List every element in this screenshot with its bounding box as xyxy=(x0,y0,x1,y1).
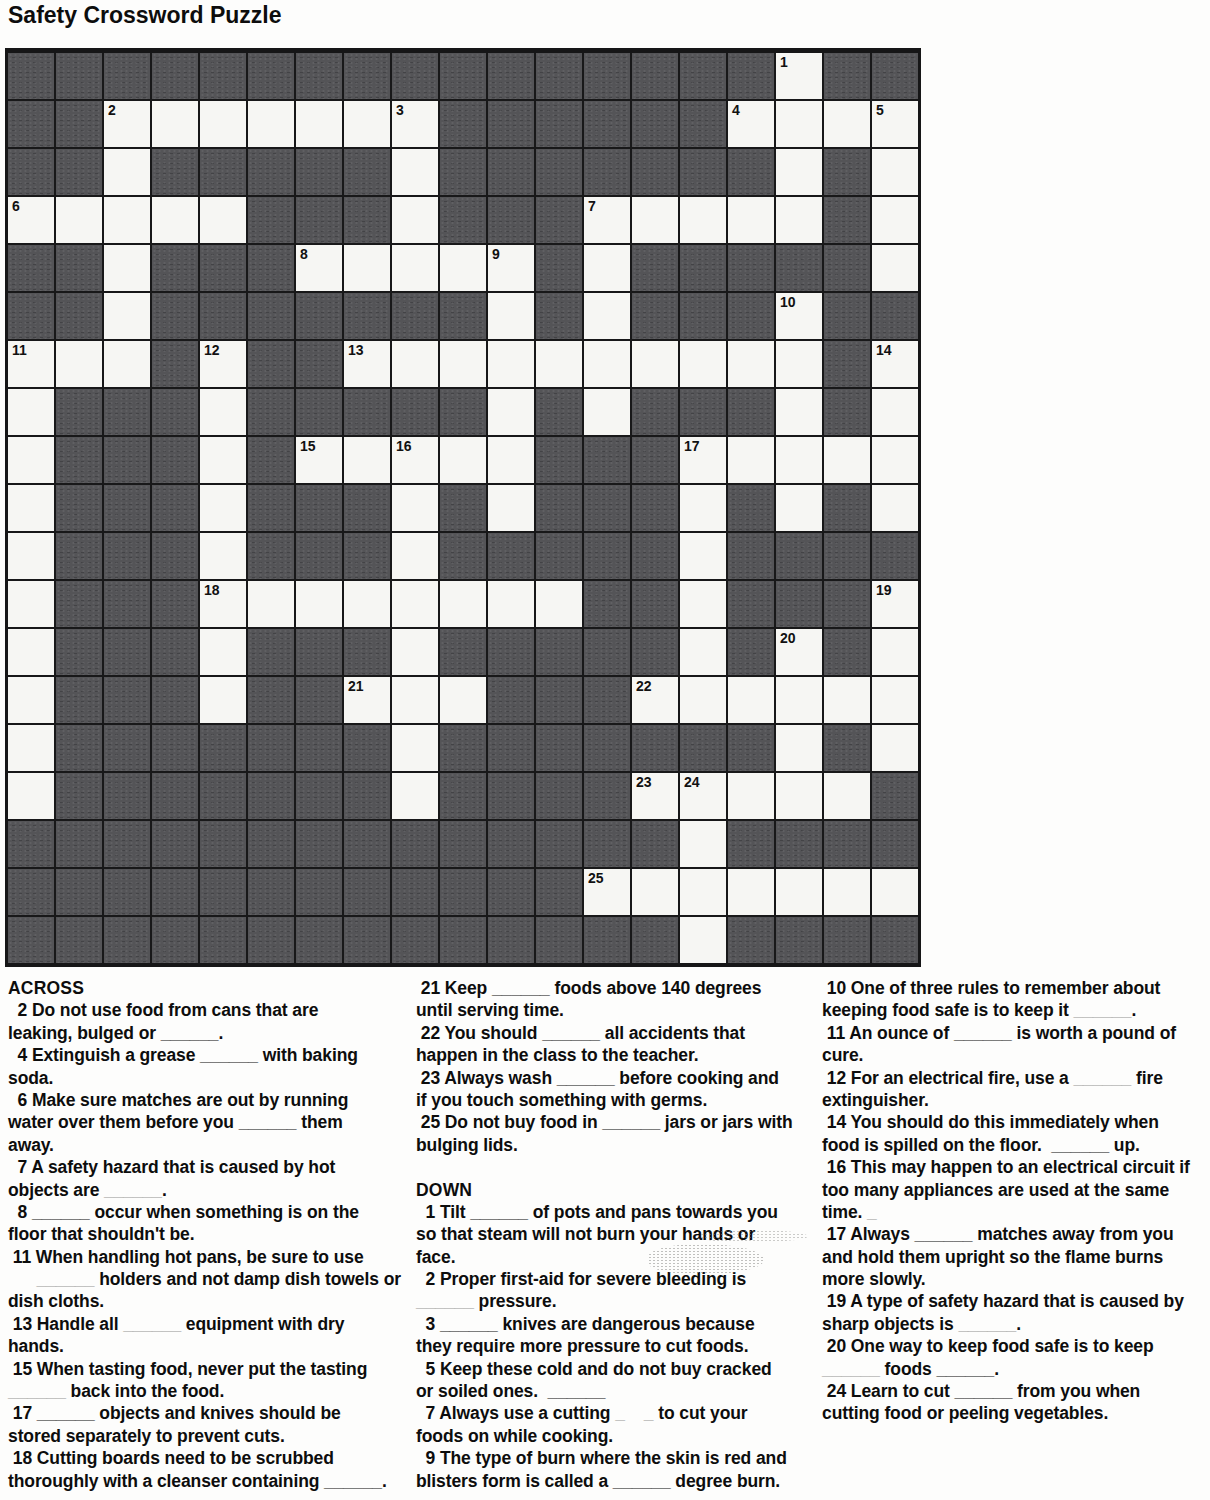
grid-cell-block xyxy=(200,821,246,867)
grid-cell-block xyxy=(824,341,870,387)
grid-cell-block xyxy=(248,677,294,723)
grid-cell-block xyxy=(680,53,726,99)
grid-cell-block xyxy=(584,485,630,531)
grid-cell-open[interactable] xyxy=(8,725,54,771)
grid-cell-open[interactable] xyxy=(584,341,630,387)
grid-cell-block xyxy=(296,485,342,531)
grid-cell-open[interactable] xyxy=(200,629,246,675)
grid-cell-block xyxy=(488,197,534,243)
grid-cell-open[interactable]: 20 xyxy=(776,629,822,675)
grid-cell-open[interactable] xyxy=(392,725,438,771)
grid-cell-block xyxy=(824,293,870,339)
grid-cell-open[interactable]: 22 xyxy=(632,677,678,723)
grid-cell-open[interactable] xyxy=(8,581,54,627)
grid-cell-open[interactable] xyxy=(440,245,486,291)
grid-cell-block xyxy=(56,245,102,291)
grid-cell-block xyxy=(8,917,54,963)
grid-cell-open[interactable] xyxy=(776,101,822,147)
grid-cell-open[interactable] xyxy=(296,581,342,627)
grid-cell-open[interactable] xyxy=(392,629,438,675)
clue-line: and hold them upright so the flame burns xyxy=(822,1246,1190,1268)
grid-cell-open[interactable] xyxy=(440,677,486,723)
grid-cell-block xyxy=(56,773,102,819)
grid-cell-open[interactable] xyxy=(8,485,54,531)
grid-cell-block xyxy=(440,149,486,195)
grid-cell-open[interactable]: 23 xyxy=(632,773,678,819)
clue-line: 11 An ounce of ______ is worth a pound o… xyxy=(822,1022,1190,1044)
grid-cell-block xyxy=(776,533,822,579)
grid-cell-open[interactable] xyxy=(392,197,438,243)
grid-cell-open[interactable]: 14 xyxy=(872,341,918,387)
grid-cell-open[interactable] xyxy=(200,437,246,483)
grid-cell-block xyxy=(824,629,870,675)
grid-cell-open[interactable] xyxy=(200,101,246,147)
grid-cell-block xyxy=(152,245,198,291)
grid-cell-open[interactable] xyxy=(824,677,870,723)
grid-cell-open[interactable] xyxy=(728,341,774,387)
grid-cell-open[interactable] xyxy=(680,821,726,867)
grid-cell-open[interactable]: 18 xyxy=(200,581,246,627)
grid-cell-block xyxy=(488,629,534,675)
grid-cell-block xyxy=(248,917,294,963)
grid-cell-open[interactable] xyxy=(8,533,54,579)
grid-cell-block xyxy=(344,629,390,675)
grid-cell-open[interactable] xyxy=(680,629,726,675)
grid-cell-block xyxy=(152,677,198,723)
grid-cell-block xyxy=(56,677,102,723)
grid-cell-open[interactable]: 13 xyxy=(344,341,390,387)
grid-cell-open[interactable]: 2 xyxy=(104,101,150,147)
clue-line: or soiled ones. ______ xyxy=(416,1380,793,1402)
grid-cell-open[interactable] xyxy=(680,485,726,531)
grid-cell-open[interactable] xyxy=(872,149,918,195)
clue-number: 10 xyxy=(776,293,822,310)
grid-cell-open[interactable]: 21 xyxy=(344,677,390,723)
grid-cell-open[interactable] xyxy=(824,773,870,819)
grid-cell-open[interactable] xyxy=(872,677,918,723)
grid-cell-block xyxy=(728,389,774,435)
clue-line: 25 Do not buy food in ______ jars or jar… xyxy=(416,1111,793,1133)
grid-cell-open[interactable] xyxy=(296,101,342,147)
grid-cell-open[interactable] xyxy=(488,389,534,435)
grid-cell-open[interactable] xyxy=(632,197,678,243)
grid-cell-block xyxy=(296,821,342,867)
clue-line: 7 A safety hazard that is caused by hot xyxy=(8,1156,401,1178)
clue-line: thoroughly with a cleanser containing __… xyxy=(8,1470,401,1492)
grid-cell-block xyxy=(632,245,678,291)
grid-cell-block xyxy=(104,677,150,723)
grid-cell-open[interactable] xyxy=(776,773,822,819)
grid-cell-open[interactable] xyxy=(680,197,726,243)
grid-cell-block xyxy=(104,821,150,867)
grid-cell-block xyxy=(344,197,390,243)
grid-cell-open[interactable]: 16 xyxy=(392,437,438,483)
grid-cell-open[interactable]: 19 xyxy=(872,581,918,627)
grid-cell-block xyxy=(152,293,198,339)
grid-cell-open[interactable] xyxy=(536,341,582,387)
clue-line: 23 Always wash ______ before cooking and xyxy=(416,1067,793,1089)
clue-line: 2 Do not use food from cans that are xyxy=(8,999,401,1021)
grid-cell-block xyxy=(56,725,102,771)
grid-cell-open[interactable] xyxy=(248,581,294,627)
grid-cell-block xyxy=(632,101,678,147)
clue-line: stored separately to prevent cuts. xyxy=(8,1425,401,1447)
grid-cell-open[interactable] xyxy=(392,677,438,723)
grid-cell-block xyxy=(8,821,54,867)
grid-cell-block xyxy=(824,197,870,243)
grid-cell-block xyxy=(200,293,246,339)
clue-line: keeping food safe is to keep it ______. xyxy=(822,999,1190,1021)
grid-cell-block xyxy=(200,917,246,963)
grid-cell-block xyxy=(536,245,582,291)
clue-number: 16 xyxy=(392,437,438,454)
grid-cell-block xyxy=(296,149,342,195)
grid-cell-block xyxy=(488,821,534,867)
clue-line: more slowly. xyxy=(822,1268,1190,1290)
grid-cell-open[interactable] xyxy=(344,245,390,291)
clue-line: 15 When tasting food, never put the tast… xyxy=(8,1358,401,1380)
clue-line: too many appliances are used at the same xyxy=(822,1179,1190,1201)
grid-cell-block xyxy=(152,629,198,675)
grid-cell-open[interactable] xyxy=(488,581,534,627)
grid-cell-open[interactable] xyxy=(56,341,102,387)
clue-number: 19 xyxy=(872,581,918,598)
grid-cell-open[interactable] xyxy=(872,389,918,435)
grid-cell-block xyxy=(824,581,870,627)
grid-cell-block xyxy=(536,725,582,771)
grid-cell-open[interactable] xyxy=(776,149,822,195)
grid-cell-open[interactable] xyxy=(440,581,486,627)
faint-blank: ______ xyxy=(1073,1068,1131,1088)
clue-number: 14 xyxy=(872,341,918,358)
grid-cell-open[interactable] xyxy=(200,533,246,579)
grid-cell-open[interactable] xyxy=(8,629,54,675)
grid-cell-block xyxy=(152,821,198,867)
clue-number: 2 xyxy=(104,101,150,118)
clue-spacer xyxy=(416,1156,793,1178)
grid-cell-block xyxy=(776,245,822,291)
grid-cell-open[interactable] xyxy=(632,869,678,915)
grid-cell-block xyxy=(392,917,438,963)
grid-cell-open[interactable]: 17 xyxy=(680,437,726,483)
grid-cell-open[interactable] xyxy=(776,485,822,531)
clue-number: 7 xyxy=(584,197,630,214)
grid-cell-open[interactable] xyxy=(440,341,486,387)
grid-cell-open[interactable] xyxy=(632,341,678,387)
grid-cell-open[interactable] xyxy=(680,677,726,723)
grid-cell-open[interactable] xyxy=(536,581,582,627)
grid-cell-open[interactable] xyxy=(392,341,438,387)
grid-cell-block xyxy=(344,869,390,915)
grid-cell-open[interactable] xyxy=(872,245,918,291)
grid-cell-block xyxy=(824,725,870,771)
grid-cell-open[interactable] xyxy=(104,293,150,339)
clue-line: away. xyxy=(8,1134,401,1156)
grid-cell-open[interactable] xyxy=(776,869,822,915)
clue-line: bulging lids. xyxy=(416,1134,793,1156)
grid-cell-block xyxy=(296,869,342,915)
grid-cell-open[interactable]: 6 xyxy=(8,197,54,243)
grid-cell-open[interactable] xyxy=(392,581,438,627)
grid-cell-open[interactable] xyxy=(152,101,198,147)
grid-cell-block xyxy=(392,869,438,915)
grid-cell-block xyxy=(488,725,534,771)
grid-cell-open[interactable] xyxy=(392,245,438,291)
grid-cell-open[interactable] xyxy=(8,773,54,819)
grid-cell-open[interactable] xyxy=(392,149,438,195)
grid-cell-block xyxy=(296,773,342,819)
grid-cell-open[interactable] xyxy=(8,437,54,483)
grid-cell-open[interactable] xyxy=(104,245,150,291)
grid-cell-open[interactable]: 11 xyxy=(8,341,54,387)
grid-cell-block xyxy=(488,53,534,99)
faint-blank: _ _ xyxy=(615,1403,653,1423)
grid-cell-open[interactable] xyxy=(392,485,438,531)
grid-cell-open[interactable] xyxy=(728,437,774,483)
grid-cell-open[interactable] xyxy=(8,677,54,723)
grid-cell-block xyxy=(488,773,534,819)
grid-cell-open[interactable] xyxy=(776,725,822,771)
scan-artifact xyxy=(648,1244,764,1274)
grid-cell-open[interactable] xyxy=(584,245,630,291)
grid-cell-block xyxy=(728,821,774,867)
grid-cell-block xyxy=(824,389,870,435)
grid-cell-block xyxy=(680,725,726,771)
grid-cell-block xyxy=(56,533,102,579)
grid-cell-open[interactable] xyxy=(248,101,294,147)
grid-cell-block xyxy=(488,101,534,147)
grid-cell-block xyxy=(440,485,486,531)
clue-line: 22 You should ______ all accidents that xyxy=(416,1022,793,1044)
grid-cell-open[interactable] xyxy=(680,869,726,915)
grid-cell-block xyxy=(440,917,486,963)
grid-cell-block xyxy=(56,821,102,867)
scanned-puzzle-page: { "page_title": "Safety Crossword Puzzle… xyxy=(0,0,1210,1500)
grid-cell-block xyxy=(200,773,246,819)
grid-cell-block xyxy=(56,869,102,915)
grid-cell-open[interactable] xyxy=(104,197,150,243)
clue-line: they require more pressure to cut foods. xyxy=(416,1335,793,1357)
grid-cell-open[interactable] xyxy=(392,533,438,579)
grid-cell-open[interactable] xyxy=(8,389,54,435)
grid-cell-open[interactable] xyxy=(344,101,390,147)
clue-number: 5 xyxy=(872,101,918,118)
grid-cell-open[interactable] xyxy=(872,197,918,243)
grid-cell-block xyxy=(440,389,486,435)
grid-cell-open[interactable] xyxy=(680,917,726,963)
grid-cell-block xyxy=(776,581,822,627)
clue-line: ______ foods ______. xyxy=(822,1358,1190,1380)
grid-cell-open[interactable] xyxy=(104,341,150,387)
clue-number: 15 xyxy=(296,437,342,454)
grid-cell-block xyxy=(8,149,54,195)
grid-cell-block xyxy=(248,389,294,435)
clue-line: 9 The type of burn where the skin is red… xyxy=(416,1447,793,1469)
grid-cell-block xyxy=(152,437,198,483)
grid-cell-open[interactable] xyxy=(56,197,102,243)
grid-cell-open[interactable] xyxy=(344,581,390,627)
grid-cell-open[interactable] xyxy=(680,533,726,579)
grid-cell-block xyxy=(632,821,678,867)
grid-cell-block xyxy=(440,869,486,915)
clue-column: ACROSS 2 Do not use food from cans that … xyxy=(8,977,401,1492)
clue-number: 17 xyxy=(680,437,726,454)
grid-cell-block xyxy=(824,485,870,531)
grid-cell-block xyxy=(872,917,918,963)
grid-cell-open[interactable] xyxy=(872,869,918,915)
grid-cell-block xyxy=(488,677,534,723)
grid-cell-block xyxy=(776,917,822,963)
grid-cell-block xyxy=(56,437,102,483)
clue-line: 16 This may happen to an electrical circ… xyxy=(822,1156,1190,1178)
grid-cell-open[interactable]: 10 xyxy=(776,293,822,339)
grid-cell-block xyxy=(536,869,582,915)
grid-cell-open[interactable] xyxy=(776,389,822,435)
grid-cell-block xyxy=(200,245,246,291)
grid-cell-open[interactable] xyxy=(728,869,774,915)
grid-cell-open[interactable] xyxy=(584,389,630,435)
clue-line: extinguisher. xyxy=(822,1089,1190,1111)
clue-number: 4 xyxy=(728,101,774,118)
grid-cell-block xyxy=(536,773,582,819)
clue-number: 20 xyxy=(776,629,822,646)
grid-cell-open[interactable] xyxy=(824,869,870,915)
grid-cell-open[interactable]: 9 xyxy=(488,245,534,291)
grid-cell-block xyxy=(536,485,582,531)
grid-cell-block xyxy=(536,53,582,99)
grid-cell-open[interactable] xyxy=(776,197,822,243)
grid-cell-open[interactable]: 1 xyxy=(776,53,822,99)
grid-cell-block xyxy=(584,725,630,771)
clue-line: ______ holders and not damp dish towels … xyxy=(8,1268,401,1290)
grid-cell-block xyxy=(296,293,342,339)
grid-cell-block xyxy=(104,389,150,435)
grid-cell-block xyxy=(296,677,342,723)
grid-cell-block xyxy=(56,53,102,99)
grid-cell-open[interactable] xyxy=(104,149,150,195)
grid-cell-open[interactable]: 24 xyxy=(680,773,726,819)
clue-line: dish cloths. xyxy=(8,1290,401,1312)
grid-cell-open[interactable]: 4 xyxy=(728,101,774,147)
grid-cell-open[interactable]: 5 xyxy=(872,101,918,147)
grid-cell-block xyxy=(248,437,294,483)
clue-line: 5 Keep these cold and do not buy cracked xyxy=(416,1358,793,1380)
grid-cell-open[interactable] xyxy=(728,773,774,819)
grid-cell-open[interactable] xyxy=(728,197,774,243)
grid-cell-open[interactable]: 12 xyxy=(200,341,246,387)
grid-cell-block xyxy=(248,53,294,99)
grid-cell-block xyxy=(56,149,102,195)
grid-cell-block xyxy=(248,725,294,771)
grid-cell-block xyxy=(296,533,342,579)
clue-line: 20 One way to keep food safe is to keep xyxy=(822,1335,1190,1357)
grid-cell-open[interactable] xyxy=(680,341,726,387)
grid-cell-block xyxy=(344,293,390,339)
grid-cell-open[interactable] xyxy=(872,485,918,531)
grid-cell-open[interactable] xyxy=(776,437,822,483)
grid-cell-block xyxy=(584,101,630,147)
grid-cell-open[interactable]: 7 xyxy=(584,197,630,243)
grid-cell-open[interactable] xyxy=(200,197,246,243)
clue-line: 17 ______ objects and knives should be xyxy=(8,1402,401,1424)
grid-cell-open[interactable] xyxy=(728,677,774,723)
grid-cell-open[interactable]: 15 xyxy=(296,437,342,483)
clue-number: 18 xyxy=(200,581,246,598)
grid-cell-block xyxy=(632,293,678,339)
grid-cell-open[interactable] xyxy=(200,389,246,435)
grid-cell-block xyxy=(536,293,582,339)
clue-line: water over them before you ______ them xyxy=(8,1111,401,1133)
grid-cell-block xyxy=(152,533,198,579)
grid-cell-block xyxy=(728,725,774,771)
grid-cell-block xyxy=(824,533,870,579)
grid-cell-block xyxy=(56,485,102,531)
grid-cell-open[interactable] xyxy=(872,725,918,771)
clue-number: 25 xyxy=(584,869,630,886)
clue-number: 23 xyxy=(632,773,678,790)
grid-cell-block xyxy=(584,437,630,483)
grid-cell-block xyxy=(440,533,486,579)
grid-cell-open[interactable]: 25 xyxy=(584,869,630,915)
grid-cell-open[interactable] xyxy=(488,437,534,483)
grid-cell-block xyxy=(248,629,294,675)
grid-cell-open[interactable] xyxy=(584,293,630,339)
grid-cell-block xyxy=(584,917,630,963)
grid-cell-block xyxy=(152,485,198,531)
grid-cell-block xyxy=(104,53,150,99)
grid-cell-block xyxy=(344,149,390,195)
grid-cell-open[interactable] xyxy=(488,341,534,387)
grid-cell-block xyxy=(392,53,438,99)
grid-cell-open[interactable]: 8 xyxy=(296,245,342,291)
clue-number: 24 xyxy=(680,773,726,790)
grid-cell-open[interactable] xyxy=(776,341,822,387)
grid-cell-block xyxy=(536,149,582,195)
grid-cell-block xyxy=(632,581,678,627)
clue-number: 12 xyxy=(200,341,246,358)
grid-cell-block xyxy=(104,917,150,963)
grid-cell-open[interactable] xyxy=(392,773,438,819)
grid-cell-open[interactable] xyxy=(680,581,726,627)
grid-cell-block xyxy=(488,149,534,195)
grid-cell-open[interactable] xyxy=(488,293,534,339)
clue-list-header: DOWN xyxy=(416,1179,793,1201)
grid-cell-block xyxy=(296,53,342,99)
grid-cell-block xyxy=(248,341,294,387)
clue-line: 14 You should do this immediately when xyxy=(822,1111,1190,1133)
clue-line: ______ back into the food. xyxy=(8,1380,401,1402)
grid-cell-open[interactable] xyxy=(872,629,918,675)
grid-cell-open[interactable] xyxy=(824,101,870,147)
grid-cell-block xyxy=(584,773,630,819)
grid-cell-open[interactable] xyxy=(488,485,534,531)
grid-cell-open[interactable]: 3 xyxy=(392,101,438,147)
grid-cell-block xyxy=(632,533,678,579)
grid-cell-block xyxy=(248,149,294,195)
grid-cell-open[interactable] xyxy=(200,485,246,531)
grid-cell-block xyxy=(248,245,294,291)
grid-cell-open[interactable] xyxy=(872,437,918,483)
clue-line: 17 Always ______ matches away from you xyxy=(822,1223,1190,1245)
grid-cell-open[interactable] xyxy=(824,437,870,483)
grid-cell-open[interactable] xyxy=(440,437,486,483)
grid-cell-open[interactable] xyxy=(776,677,822,723)
grid-cell-block xyxy=(440,101,486,147)
grid-cell-open[interactable] xyxy=(200,677,246,723)
grid-cell-open[interactable] xyxy=(344,437,390,483)
grid-cell-open[interactable] xyxy=(152,197,198,243)
grid-cell-block xyxy=(8,245,54,291)
